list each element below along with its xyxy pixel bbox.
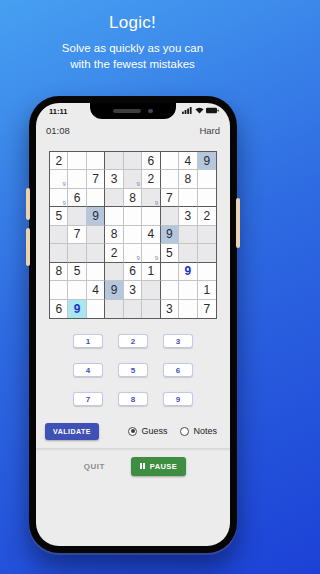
sudoku-cell-r4c7[interactable] [161,207,179,225]
pause-icon [140,463,145,469]
sudoku-cell-r4c2[interactable] [68,207,86,225]
sudoku-cell-r9c3[interactable] [87,300,105,318]
numpad-button-9[interactable]: 9 [163,392,193,406]
sudoku-cell-r3c6[interactable]: 9 [142,189,160,207]
sudoku-cell-r1c9[interactable]: 9 [198,152,216,170]
sudoku-cell-r5c9[interactable] [198,226,216,244]
wifi-icon [195,107,204,114]
numpad-button-4[interactable]: 4 [73,363,103,377]
sudoku-cell-r8c7[interactable] [161,281,179,299]
power-button [236,198,240,248]
sudoku-cell-r7c5[interactable]: 6 [124,263,142,281]
sudoku-cell-r2c4[interactable]: 3 [105,170,123,188]
notes-radio[interactable]: Notes [180,426,217,436]
radio-unselected-icon[interactable] [180,427,189,436]
numpad-button-2[interactable]: 2 [118,334,148,348]
sudoku-cell-r3c4[interactable] [105,189,123,207]
game-timer: 01:08 [46,125,70,136]
sudoku-cell-r1c4[interactable] [105,152,123,170]
sudoku-cell-r5c4[interactable]: 8 [105,226,123,244]
status-icons [182,107,219,114]
sudoku-cell-r6c9[interactable] [198,244,216,262]
sudoku-cell-r5c6[interactable]: 4 [142,226,160,244]
bottom-bar-divider [36,448,230,449]
sudoku-cell-r9c4[interactable] [105,300,123,318]
sudoku-cell-r1c7[interactable] [161,152,179,170]
sudoku-cell-r4c3[interactable]: 9 [87,207,105,225]
sudoku-cell-r3c3[interactable] [87,189,105,207]
sudoku-cell-r8c2[interactable] [68,281,86,299]
sudoku-cell-r2c2[interactable] [68,170,86,188]
sudoku-cell-r1c3[interactable] [87,152,105,170]
sudoku-cell-r5c7[interactable]: 9 [161,226,179,244]
sudoku-cell-r2c8[interactable]: 8 [179,170,197,188]
numpad-button-7[interactable]: 7 [73,392,103,406]
sudoku-cell-r7c8[interactable]: 9 [179,263,197,281]
pencil-note: 9 [136,181,139,187]
mode-selector: Guess Notes [128,426,217,436]
numpad-button-6[interactable]: 6 [163,363,193,377]
sudoku-cell-r2c6[interactable]: 2 [142,170,160,188]
sudoku-cell-r9c2[interactable]: 9 [68,300,86,318]
sudoku-cell-r7c2[interactable]: 5 [68,263,86,281]
difficulty-label: Hard [199,125,220,136]
sudoku-cell-r8c5[interactable]: 3 [124,281,142,299]
signal-icon [182,107,192,114]
sudoku-cell-r4c6[interactable] [142,207,160,225]
sudoku-cell-r3c8[interactable] [179,189,197,207]
sudoku-cell-r8c1[interactable] [50,281,68,299]
guess-radio[interactable]: Guess [128,426,167,436]
sudoku-cell-r1c2[interactable] [68,152,86,170]
pause-button[interactable]: PAUSE [131,457,186,476]
sudoku-cell-r9c1[interactable]: 6 [50,300,68,318]
sudoku-cell-r9c6[interactable] [142,300,160,318]
page-subtitle-line2: with the fewest mistakes [0,56,265,72]
numpad-button-3[interactable]: 3 [163,334,193,348]
phone-mockup: 11:11 01:08 Hard 26499739289689759327849… [29,96,237,553]
sudoku-cell-r1c1[interactable]: 2 [50,152,68,170]
page-subtitle-line1: Solve as quickly as you can [0,40,265,56]
sudoku-cell-r5c8[interactable] [179,226,197,244]
guess-label: Guess [141,426,167,436]
validate-button[interactable]: VALIDATE [45,423,99,440]
sudoku-cell-r7c7[interactable] [161,263,179,281]
pencil-note: 9 [136,255,139,261]
sudoku-cell-r9c5[interactable] [124,300,142,318]
camera-dot [148,109,153,114]
sudoku-cell-r6c4[interactable]: 2 [105,244,123,262]
sudoku-cell-r6c7[interactable]: 5 [161,244,179,262]
sudoku-cell-r7c6[interactable]: 1 [142,263,160,281]
sudoku-cell-r5c3[interactable] [87,226,105,244]
sudoku-cell-r2c5[interactable]: 9 [124,170,142,188]
volume-down-button [26,228,30,266]
sudoku-cell-r3c2[interactable]: 6 [68,189,86,207]
sudoku-cell-r1c5[interactable] [124,152,142,170]
volume-up-button [26,188,30,220]
controls-row: VALIDATE Guess Notes [45,422,221,440]
sudoku-cell-r9c8[interactable] [179,300,197,318]
sudoku-cell-r4c4[interactable] [105,207,123,225]
sudoku-cell-r3c5[interactable]: 8 [124,189,142,207]
sudoku-cell-r8c4[interactable]: 9 [105,281,123,299]
pause-label: PAUSE [150,462,177,471]
pencil-note: 9 [63,200,66,206]
phone-notch [90,103,176,119]
numpad-button-5[interactable]: 5 [118,363,148,377]
quit-button[interactable]: QUIT [80,458,109,475]
bottom-bar: QUIT PAUSE [36,456,230,476]
sudoku-cell-r1c8[interactable]: 4 [179,152,197,170]
sudoku-cell-r2c7[interactable] [161,170,179,188]
sudoku-board: 2649973928968975932784929958561949316937 [49,151,217,319]
sudoku-cell-r4c1[interactable]: 5 [50,207,68,225]
numpad-button-1[interactable]: 1 [73,334,103,348]
notes-label: Notes [193,426,217,436]
sudoku-cell-r5c5[interactable] [124,226,142,244]
numpad-row: 456 [36,363,230,377]
sudoku-cell-r6c5[interactable]: 9 [124,244,142,262]
pencil-note: 9 [155,200,158,206]
sudoku-cell-r4c8[interactable]: 3 [179,207,197,225]
sudoku-cell-r2c3[interactable]: 7 [87,170,105,188]
numpad-button-8[interactable]: 8 [118,392,148,406]
pencil-note: 9 [155,255,158,261]
sudoku-cell-r7c4[interactable] [105,263,123,281]
sudoku-cell-r5c1[interactable] [50,226,68,244]
sudoku-cell-r9c7[interactable]: 3 [161,300,179,318]
sudoku-cell-r7c9[interactable] [198,263,216,281]
page-title: Logic! [0,13,265,33]
sudoku-cell-r8c8[interactable] [179,281,197,299]
phone-screen: 11:11 01:08 Hard 26499739289689759327849… [36,103,230,546]
sudoku-cell-r6c3[interactable] [87,244,105,262]
sudoku-cell-r4c5[interactable] [124,207,142,225]
numpad-row: 123 [36,334,230,348]
sudoku-cell-r7c3[interactable] [87,263,105,281]
sudoku-cell-r6c1[interactable] [50,244,68,262]
sudoku-cell-r8c6[interactable] [142,281,160,299]
sudoku-cell-r3c1[interactable]: 9 [50,189,68,207]
sudoku-cell-r5c2[interactable]: 7 [68,226,86,244]
sudoku-cell-r6c6[interactable]: 9 [142,244,160,262]
sudoku-cell-r6c2[interactable] [68,244,86,262]
status-time: 11:11 [49,107,67,116]
sudoku-cell-r2c9[interactable] [198,170,216,188]
number-pad: 123456789 [36,334,230,421]
numpad-row: 789 [36,392,230,406]
radio-selected-icon[interactable] [128,427,137,436]
pencil-note: 9 [63,181,66,187]
sudoku-cell-r2c1[interactable]: 9 [50,170,68,188]
sudoku-cell-r8c9[interactable]: 1 [198,281,216,299]
sudoku-cell-r9c9[interactable]: 7 [198,300,216,318]
battery-icon [206,107,219,114]
sudoku-cell-r7c1[interactable]: 8 [50,263,68,281]
sudoku-cell-r8c3[interactable]: 4 [87,281,105,299]
sudoku-cell-r3c7[interactable]: 7 [161,189,179,207]
sudoku-cell-r4c9[interactable]: 2 [198,207,216,225]
sudoku-cell-r3c9[interactable] [198,189,216,207]
marketing-header: Logic! Solve as quickly as you can with … [0,0,265,72]
sudoku-cell-r1c6[interactable]: 6 [142,152,160,170]
speaker-slot [113,109,141,113]
sudoku-cell-r6c8[interactable] [179,244,197,262]
